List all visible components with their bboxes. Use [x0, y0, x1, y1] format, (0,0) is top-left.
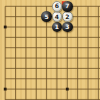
- stone-white-4: 4: [52, 11, 63, 22]
- move-number: 1: [55, 24, 59, 30]
- move-number: 5: [45, 13, 49, 19]
- go-board[interactable]: 1234567: [0, 0, 100, 100]
- stone-black-5: 5: [41, 11, 52, 22]
- stone-white-2: 2: [62, 11, 73, 22]
- star-point: [66, 88, 69, 91]
- stone-black-7: 7: [62, 1, 73, 12]
- move-number: 6: [55, 3, 59, 9]
- move-number: 4: [55, 13, 59, 19]
- stone-white-6: 6: [52, 1, 63, 12]
- move-number: 2: [65, 13, 69, 19]
- stone-black-3: 3: [62, 22, 73, 33]
- move-number: 7: [65, 3, 69, 9]
- move-number: 3: [65, 24, 69, 30]
- star-point: [4, 88, 7, 91]
- star-point: [4, 26, 7, 29]
